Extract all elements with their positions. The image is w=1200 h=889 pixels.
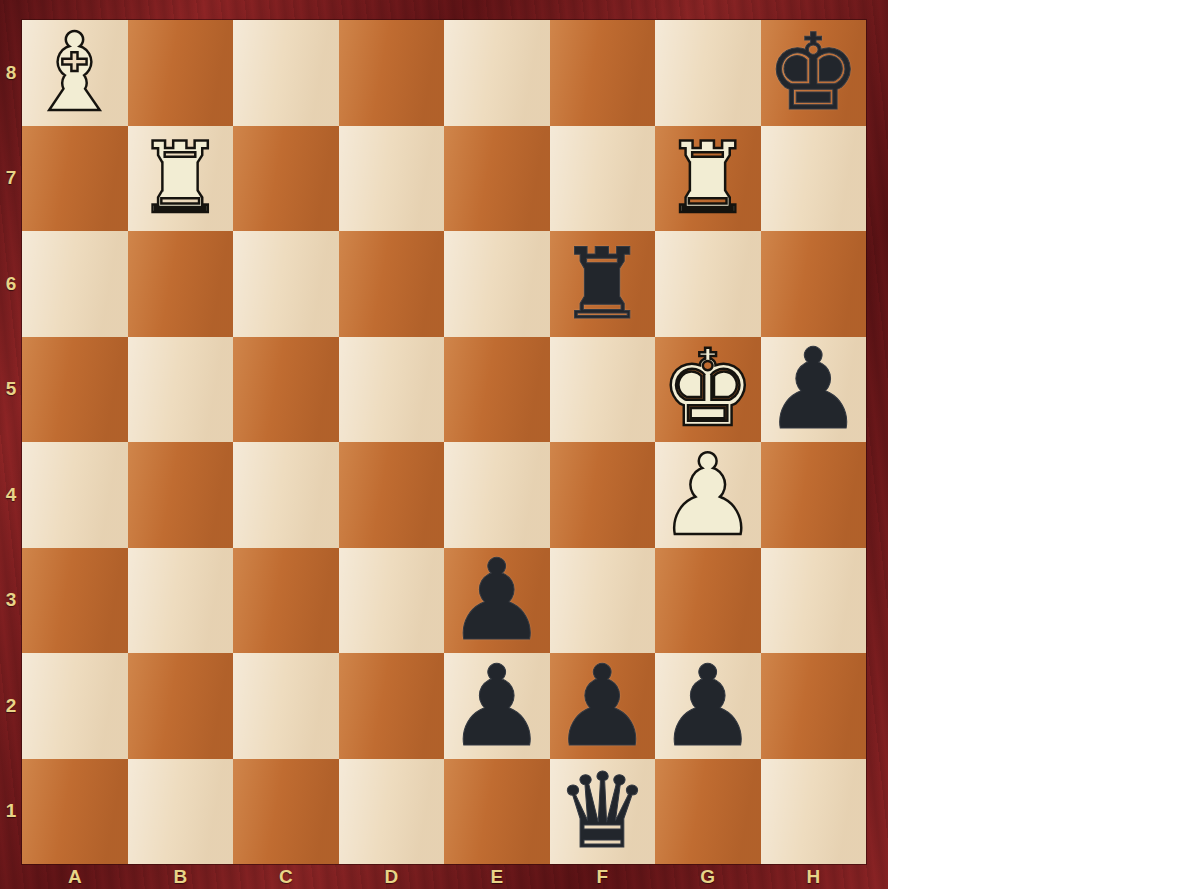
square-b8[interactable]	[128, 20, 234, 126]
square-h1[interactable]	[761, 759, 867, 865]
square-b5[interactable]	[128, 337, 234, 443]
piece-black-rook-f6[interactable]: ♜	[558, 235, 646, 333]
square-c1[interactable]	[233, 759, 339, 865]
square-b6[interactable]	[128, 231, 234, 337]
piece-white-rook-b7[interactable]: ♜	[136, 129, 224, 227]
square-h4[interactable]	[761, 442, 867, 548]
piece-black-queen-f1[interactable]: ♛	[556, 759, 649, 863]
square-f6[interactable]: ♜	[550, 231, 656, 337]
square-d2[interactable]	[339, 653, 445, 759]
square-e3[interactable]: ♟	[444, 548, 550, 654]
square-d3[interactable]	[339, 548, 445, 654]
piece-black-pawn-e2[interactable]: ♟	[447, 653, 547, 759]
rank-label-5: 5	[0, 337, 22, 443]
square-h6[interactable]	[761, 231, 867, 337]
square-a1[interactable]	[22, 759, 128, 865]
file-label-c: C	[233, 864, 339, 889]
square-g5[interactable]: ♚	[655, 337, 761, 443]
square-d8[interactable]	[339, 20, 445, 126]
square-h5[interactable]: ♟	[761, 337, 867, 443]
square-b4[interactable]	[128, 442, 234, 548]
square-d6[interactable]	[339, 231, 445, 337]
square-a4[interactable]	[22, 442, 128, 548]
square-g2[interactable]: ♟	[655, 653, 761, 759]
rank-label-3: 3	[0, 548, 22, 654]
square-c5[interactable]	[233, 337, 339, 443]
square-e8[interactable]	[444, 20, 550, 126]
piece-black-pawn-f2[interactable]: ♟	[552, 653, 652, 759]
piece-black-pawn-e3[interactable]: ♟	[447, 548, 547, 654]
square-g7[interactable]: ♜	[655, 126, 761, 232]
square-b7[interactable]: ♜	[128, 126, 234, 232]
square-f4[interactable]	[550, 442, 656, 548]
square-f8[interactable]	[550, 20, 656, 126]
square-a7[interactable]	[22, 126, 128, 232]
square-e4[interactable]	[444, 442, 550, 548]
square-e1[interactable]	[444, 759, 550, 865]
square-a6[interactable]	[22, 231, 128, 337]
square-c6[interactable]	[233, 231, 339, 337]
square-a8[interactable]: ♝	[22, 20, 128, 126]
square-g1[interactable]	[655, 759, 761, 865]
chessboard: ♝♚♜♜♜♚♟♟♟♟♟♟♛	[22, 20, 866, 864]
square-c7[interactable]	[233, 126, 339, 232]
square-b3[interactable]	[128, 548, 234, 654]
square-a2[interactable]	[22, 653, 128, 759]
file-label-d: D	[339, 864, 445, 889]
file-label-f: F	[550, 864, 656, 889]
square-g6[interactable]	[655, 231, 761, 337]
square-e7[interactable]	[444, 126, 550, 232]
piece-black-pawn-h5[interactable]: ♟	[763, 337, 863, 443]
square-h7[interactable]	[761, 126, 867, 232]
square-f5[interactable]	[550, 337, 656, 443]
rank-label-1: 1	[0, 759, 22, 865]
square-e6[interactable]	[444, 231, 550, 337]
square-f2[interactable]: ♟	[550, 653, 656, 759]
square-h8[interactable]: ♚	[761, 20, 867, 126]
square-a3[interactable]	[22, 548, 128, 654]
rank-labels: 87654321	[0, 20, 22, 864]
square-b1[interactable]	[128, 759, 234, 865]
square-g8[interactable]	[655, 20, 761, 126]
page: 87654321 ABCDEFGH ♝♚♜♜♜♚♟♟♟♟♟♟♛	[0, 0, 1200, 889]
square-f3[interactable]	[550, 548, 656, 654]
square-f1[interactable]: ♛	[550, 759, 656, 865]
file-label-e: E	[444, 864, 550, 889]
square-c4[interactable]	[233, 442, 339, 548]
square-g4[interactable]: ♟	[655, 442, 761, 548]
square-a5[interactable]	[22, 337, 128, 443]
file-label-b: B	[128, 864, 234, 889]
square-d7[interactable]	[339, 126, 445, 232]
piece-black-pawn-g2[interactable]: ♟	[658, 653, 758, 759]
square-h2[interactable]	[761, 653, 867, 759]
square-h3[interactable]	[761, 548, 867, 654]
file-label-g: G	[655, 864, 761, 889]
square-d4[interactable]	[339, 442, 445, 548]
square-c3[interactable]	[233, 548, 339, 654]
square-e5[interactable]	[444, 337, 550, 443]
piece-white-pawn-g4[interactable]: ♟	[658, 442, 758, 548]
rank-label-2: 2	[0, 653, 22, 759]
chessboard-frame: 87654321 ABCDEFGH ♝♚♜♜♜♚♟♟♟♟♟♟♛	[0, 0, 888, 889]
rank-label-6: 6	[0, 231, 22, 337]
piece-black-king-h8[interactable]: ♚	[766, 20, 861, 126]
file-label-h: H	[761, 864, 867, 889]
file-labels: ABCDEFGH	[22, 864, 866, 889]
square-c2[interactable]	[233, 653, 339, 759]
square-g3[interactable]	[655, 548, 761, 654]
square-b2[interactable]	[128, 653, 234, 759]
square-e2[interactable]: ♟	[444, 653, 550, 759]
square-c8[interactable]	[233, 20, 339, 126]
square-f7[interactable]	[550, 126, 656, 232]
file-label-a: A	[22, 864, 128, 889]
rank-label-4: 4	[0, 442, 22, 548]
piece-white-king-g5[interactable]: ♚	[660, 337, 755, 443]
square-d5[interactable]	[339, 337, 445, 443]
rank-label-8: 8	[0, 20, 22, 126]
square-d1[interactable]	[339, 759, 445, 865]
piece-white-rook-g7[interactable]: ♜	[664, 129, 752, 227]
rank-label-7: 7	[0, 126, 22, 232]
piece-white-bishop-a8[interactable]: ♝	[26, 20, 123, 126]
